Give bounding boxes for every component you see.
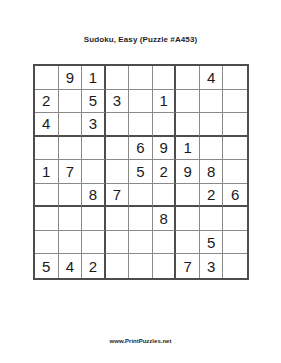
- cell-r7c7[interactable]: [176, 207, 200, 231]
- cell-r3c2[interactable]: [59, 113, 83, 137]
- cell-r6c5[interactable]: [129, 184, 153, 208]
- cell-r7c3[interactable]: [82, 207, 106, 231]
- puzzle-title: Sudoku, Easy (Puzzle #A453): [0, 35, 281, 44]
- cell-r8c8[interactable]: 5: [200, 231, 224, 255]
- cell-r8c7[interactable]: [176, 231, 200, 255]
- cell-r2c3[interactable]: 5: [82, 90, 106, 114]
- cell-r8c2[interactable]: [59, 231, 83, 255]
- cell-r8c5[interactable]: [129, 231, 153, 255]
- cell-r1c4[interactable]: [106, 66, 130, 90]
- cell-r6c1[interactable]: [35, 184, 59, 208]
- cell-r4c5[interactable]: 6: [129, 137, 153, 161]
- cell-r2c4[interactable]: 3: [106, 90, 130, 114]
- cell-r6c3[interactable]: 8: [82, 184, 106, 208]
- cell-r9c8[interactable]: 3: [200, 254, 224, 278]
- cell-r4c6[interactable]: 9: [153, 137, 177, 161]
- cell-r6c4[interactable]: 7: [106, 184, 130, 208]
- cell-r5c3[interactable]: [82, 160, 106, 184]
- cell-r5c1[interactable]: 1: [35, 160, 59, 184]
- cell-r6c7[interactable]: [176, 184, 200, 208]
- cell-r1c6[interactable]: [153, 66, 177, 90]
- cell-r1c7[interactable]: [176, 66, 200, 90]
- cell-r1c9[interactable]: [223, 66, 247, 90]
- cell-r9c3[interactable]: 2: [82, 254, 106, 278]
- cell-r1c8[interactable]: 4: [200, 66, 224, 90]
- cell-r1c5[interactable]: [129, 66, 153, 90]
- cell-r7c9[interactable]: [223, 207, 247, 231]
- cell-r8c9[interactable]: [223, 231, 247, 255]
- cell-r2c6[interactable]: 1: [153, 90, 177, 114]
- cell-r5c2[interactable]: 7: [59, 160, 83, 184]
- cell-r5c9[interactable]: [223, 160, 247, 184]
- cell-r6c9[interactable]: 6: [223, 184, 247, 208]
- cell-r7c2[interactable]: [59, 207, 83, 231]
- footer-url: www.PrintPuzzles.net: [0, 338, 281, 344]
- cell-r7c4[interactable]: [106, 207, 130, 231]
- cell-r4c4[interactable]: [106, 137, 130, 161]
- cell-r1c1[interactable]: [35, 66, 59, 90]
- cell-r8c6[interactable]: [153, 231, 177, 255]
- cell-r3c8[interactable]: [200, 113, 224, 137]
- cell-r2c5[interactable]: [129, 90, 153, 114]
- cell-r2c2[interactable]: [59, 90, 83, 114]
- cell-r6c2[interactable]: [59, 184, 83, 208]
- cell-r9c4[interactable]: [106, 254, 130, 278]
- cell-r7c8[interactable]: [200, 207, 224, 231]
- cell-r9c2[interactable]: 4: [59, 254, 83, 278]
- cell-r4c3[interactable]: [82, 137, 106, 161]
- cell-r7c5[interactable]: [129, 207, 153, 231]
- cell-r6c6[interactable]: [153, 184, 177, 208]
- cell-r4c2[interactable]: [59, 137, 83, 161]
- cell-r5c6[interactable]: 2: [153, 160, 177, 184]
- cell-r2c8[interactable]: [200, 90, 224, 114]
- cell-r4c8[interactable]: [200, 137, 224, 161]
- cell-r4c9[interactable]: [223, 137, 247, 161]
- cell-r3c7[interactable]: [176, 113, 200, 137]
- cell-r8c3[interactable]: [82, 231, 106, 255]
- cell-r3c6[interactable]: [153, 113, 177, 137]
- cell-r2c7[interactable]: [176, 90, 200, 114]
- puzzle-page: Sudoku, Easy (Puzzle #A453) 914253143691…: [0, 0, 281, 363]
- cell-r3c1[interactable]: 4: [35, 113, 59, 137]
- cell-r5c5[interactable]: 5: [129, 160, 153, 184]
- cell-r5c8[interactable]: 8: [200, 160, 224, 184]
- cell-r3c4[interactable]: [106, 113, 130, 137]
- cell-r2c9[interactable]: [223, 90, 247, 114]
- sudoku-board: 91425314369117529887268554273: [33, 64, 249, 280]
- cell-r9c7[interactable]: 7: [176, 254, 200, 278]
- cell-r3c5[interactable]: [129, 113, 153, 137]
- cell-r4c7[interactable]: 1: [176, 137, 200, 161]
- cell-r7c1[interactable]: [35, 207, 59, 231]
- cell-r3c3[interactable]: 3: [82, 113, 106, 137]
- cell-r5c4[interactable]: [106, 160, 130, 184]
- cell-r7c6[interactable]: 8: [153, 207, 177, 231]
- cell-r5c7[interactable]: 9: [176, 160, 200, 184]
- cell-r8c4[interactable]: [106, 231, 130, 255]
- cell-r2c1[interactable]: 2: [35, 90, 59, 114]
- cell-r9c1[interactable]: 5: [35, 254, 59, 278]
- cell-r6c8[interactable]: 2: [200, 184, 224, 208]
- cell-r1c2[interactable]: 9: [59, 66, 83, 90]
- cell-r9c6[interactable]: [153, 254, 177, 278]
- cell-r9c9[interactable]: [223, 254, 247, 278]
- cell-r9c5[interactable]: [129, 254, 153, 278]
- cell-r8c1[interactable]: [35, 231, 59, 255]
- cell-r3c9[interactable]: [223, 113, 247, 137]
- cell-r1c3[interactable]: 1: [82, 66, 106, 90]
- cell-r4c1[interactable]: [35, 137, 59, 161]
